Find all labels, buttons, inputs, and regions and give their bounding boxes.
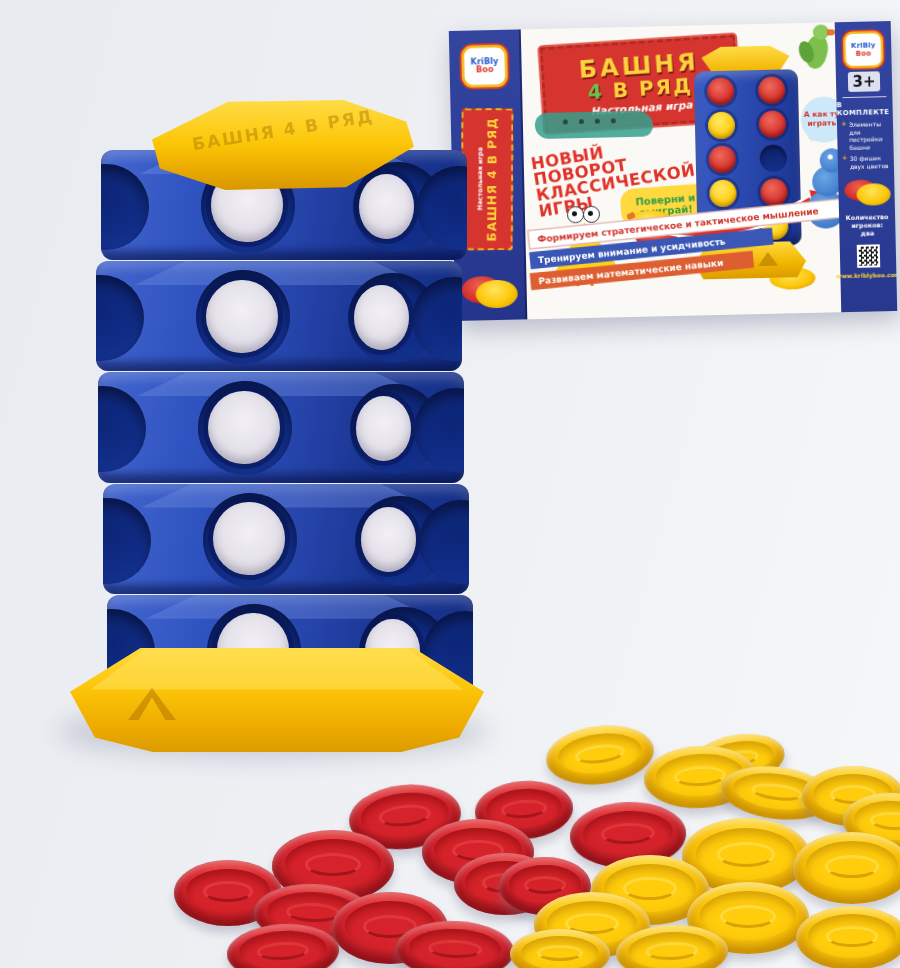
game-disc-yellow	[793, 832, 900, 904]
game-disc-yellow	[543, 720, 657, 791]
disc-pile	[0, 0, 900, 968]
product-photo-scene: БАШНЯ 4 В РЯД KriBly Boo Настольная игра…	[0, 0, 900, 968]
game-disc-yellow	[796, 906, 900, 968]
